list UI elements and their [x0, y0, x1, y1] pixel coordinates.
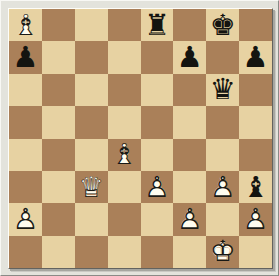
square-d7[interactable] — [108, 41, 141, 73]
black-pawn[interactable]: ♟ — [239, 41, 272, 73]
black-pawn-icon: ♟ — [9, 41, 42, 73]
white-pawn-icon: ♙ — [206, 171, 239, 203]
square-d5[interactable] — [108, 106, 141, 138]
square-h8[interactable] — [239, 9, 272, 41]
square-g6[interactable]: ♛ — [206, 74, 239, 106]
square-f4[interactable] — [173, 139, 206, 171]
black-pawn[interactable]: ♟ — [173, 41, 206, 73]
square-e3[interactable]: ♟♙ — [141, 171, 174, 203]
white-queen-icon: ♕ — [75, 171, 108, 203]
black-queen-icon: ♛ — [206, 74, 239, 106]
square-c2[interactable] — [75, 203, 108, 235]
chess-board: ♝♗♜♚♟♟♟♛♝♗♛♕♟♙♟♙♝♟♙♟♙♟♙♚♔ — [8, 8, 273, 269]
square-c1[interactable] — [75, 236, 108, 268]
white-king[interactable]: ♚♔ — [206, 236, 239, 268]
white-bishop-icon: ♗ — [9, 9, 42, 41]
square-d2[interactable] — [108, 203, 141, 235]
square-g5[interactable] — [206, 106, 239, 138]
square-a4[interactable] — [9, 139, 42, 171]
square-c7[interactable] — [75, 41, 108, 73]
square-c4[interactable] — [75, 139, 108, 171]
square-f1[interactable] — [173, 236, 206, 268]
square-a7[interactable]: ♟ — [9, 41, 42, 73]
square-d8[interactable] — [108, 9, 141, 41]
square-b4[interactable] — [42, 139, 75, 171]
square-d4[interactable]: ♝♗ — [108, 139, 141, 171]
square-g3[interactable]: ♟♙ — [206, 171, 239, 203]
white-pawn-icon: ♙ — [173, 203, 206, 235]
white-bishop[interactable]: ♝♗ — [108, 139, 141, 171]
square-f6[interactable] — [173, 74, 206, 106]
white-bishop-icon: ♗ — [108, 139, 141, 171]
square-e6[interactable] — [141, 74, 174, 106]
black-pawn[interactable]: ♟ — [9, 41, 42, 73]
black-rook-icon: ♜ — [141, 9, 174, 41]
black-king[interactable]: ♚ — [206, 9, 239, 41]
white-pawn-icon: ♙ — [9, 203, 42, 235]
square-f5[interactable] — [173, 106, 206, 138]
white-pawn-icon: ♙ — [141, 171, 174, 203]
black-queen[interactable]: ♛ — [206, 74, 239, 106]
square-a2[interactable]: ♟♙ — [9, 203, 42, 235]
square-a8[interactable]: ♝♗ — [9, 9, 42, 41]
white-king-icon: ♔ — [206, 236, 239, 268]
square-c5[interactable] — [75, 106, 108, 138]
square-b5[interactable] — [42, 106, 75, 138]
square-a3[interactable] — [9, 171, 42, 203]
square-f2[interactable]: ♟♙ — [173, 203, 206, 235]
square-h6[interactable] — [239, 74, 272, 106]
square-g2[interactable] — [206, 203, 239, 235]
square-b8[interactable] — [42, 9, 75, 41]
square-h7[interactable]: ♟ — [239, 41, 272, 73]
square-h2[interactable]: ♟♙ — [239, 203, 272, 235]
square-f3[interactable] — [173, 171, 206, 203]
white-pawn[interactable]: ♟♙ — [239, 203, 272, 235]
black-rook[interactable]: ♜ — [141, 9, 174, 41]
square-c8[interactable] — [75, 9, 108, 41]
square-a5[interactable] — [9, 106, 42, 138]
square-h4[interactable] — [239, 139, 272, 171]
black-bishop[interactable]: ♝ — [239, 171, 272, 203]
square-a6[interactable] — [9, 74, 42, 106]
square-d1[interactable] — [108, 236, 141, 268]
black-pawn-icon: ♟ — [173, 41, 206, 73]
square-b6[interactable] — [42, 74, 75, 106]
white-pawn[interactable]: ♟♙ — [141, 171, 174, 203]
white-pawn[interactable]: ♟♙ — [9, 203, 42, 235]
square-c3[interactable]: ♛♕ — [75, 171, 108, 203]
square-d6[interactable] — [108, 74, 141, 106]
square-g7[interactable] — [206, 41, 239, 73]
square-e4[interactable] — [141, 139, 174, 171]
square-e1[interactable] — [141, 236, 174, 268]
square-f7[interactable]: ♟ — [173, 41, 206, 73]
chess-app-window: ♝♗♜♚♟♟♟♛♝♗♛♕♟♙♟♙♝♟♙♟♙♟♙♚♔ — [0, 0, 279, 276]
square-c6[interactable] — [75, 74, 108, 106]
square-h1[interactable] — [239, 236, 272, 268]
square-e8[interactable]: ♜ — [141, 9, 174, 41]
square-d3[interactable] — [108, 171, 141, 203]
square-g8[interactable]: ♚ — [206, 9, 239, 41]
square-e7[interactable] — [141, 41, 174, 73]
black-pawn-icon: ♟ — [239, 41, 272, 73]
square-b2[interactable] — [42, 203, 75, 235]
square-b1[interactable] — [42, 236, 75, 268]
square-h5[interactable] — [239, 106, 272, 138]
square-a1[interactable] — [9, 236, 42, 268]
black-king-icon: ♚ — [206, 9, 239, 41]
square-e5[interactable] — [141, 106, 174, 138]
white-pawn-icon: ♙ — [239, 203, 272, 235]
black-bishop-icon: ♝ — [239, 171, 272, 203]
white-queen[interactable]: ♛♕ — [75, 171, 108, 203]
square-e2[interactable] — [141, 203, 174, 235]
square-g1[interactable]: ♚♔ — [206, 236, 239, 268]
square-h3[interactable]: ♝ — [239, 171, 272, 203]
white-pawn[interactable]: ♟♙ — [173, 203, 206, 235]
white-pawn[interactable]: ♟♙ — [206, 171, 239, 203]
white-bishop[interactable]: ♝♗ — [9, 9, 42, 41]
square-b7[interactable] — [42, 41, 75, 73]
square-f8[interactable] — [173, 9, 206, 41]
square-g4[interactable] — [206, 139, 239, 171]
square-b3[interactable] — [42, 171, 75, 203]
